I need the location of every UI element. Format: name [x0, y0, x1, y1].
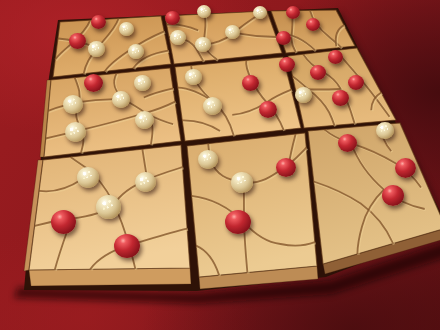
marble-red[interactable] [332, 90, 349, 106]
marble-red[interactable] [114, 234, 140, 258]
tile-4-surface[interactable] [44, 68, 181, 157]
tile-face-1 [29, 268, 191, 286]
marble-pearl[interactable] [77, 167, 99, 188]
marble-red[interactable] [51, 210, 76, 234]
marble-pearl[interactable] [119, 22, 134, 36]
marble-red[interactable] [328, 50, 343, 64]
marble-red[interactable] [165, 11, 180, 25]
marble-pearl[interactable] [203, 97, 222, 115]
marble-pearl[interactable] [135, 111, 154, 129]
marble-red[interactable] [276, 158, 296, 177]
board-svg [0, 0, 440, 330]
marble-pearl[interactable] [65, 122, 86, 142]
marble-pearl[interactable] [225, 25, 240, 39]
marble-pearl[interactable] [198, 150, 218, 169]
marble-red[interactable] [69, 33, 86, 49]
marble-red[interactable] [225, 210, 251, 234]
marble-pearl[interactable] [88, 41, 105, 57]
marble-red[interactable] [382, 185, 404, 206]
game-board [0, 0, 440, 330]
marble-red[interactable] [395, 158, 416, 178]
marble-pearl[interactable] [134, 75, 151, 91]
tile-4[interactable] [44, 68, 181, 157]
marble-pearl[interactable] [376, 122, 394, 139]
marble-pearl[interactable] [135, 172, 156, 192]
marble-red[interactable] [276, 31, 291, 45]
marble-pearl[interactable] [231, 172, 253, 193]
marble-red[interactable] [259, 101, 277, 118]
marble-pearl[interactable] [63, 95, 83, 114]
marble-pearl[interactable] [185, 69, 202, 85]
marble-pearl[interactable] [96, 195, 121, 219]
marble-red[interactable] [91, 15, 106, 29]
marble-red[interactable] [242, 75, 259, 91]
marble-red[interactable] [338, 134, 357, 152]
groove-path [309, 89, 341, 90]
marble-red[interactable] [84, 74, 103, 92]
marble-pearl[interactable] [295, 87, 312, 103]
marble-pearl[interactable] [112, 91, 130, 108]
table-scene [0, 0, 440, 330]
